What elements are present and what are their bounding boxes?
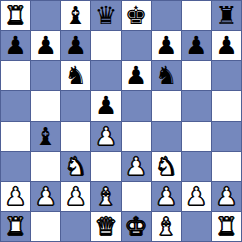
piece-black-pawn[interactable]: ♟	[4, 33, 26, 58]
square-e1[interactable]: ♚	[122, 212, 151, 241]
square-g2[interactable]: ♟	[182, 182, 211, 211]
chess-board: ♜♝♛♚♜♟♟♟♟♟♟♞♟♞♟♝♟♞♟♞♟♟♟♝♟♟♟♜♛♚♝♜	[0, 0, 242, 242]
square-c8[interactable]: ♝	[61, 1, 90, 30]
square-f2[interactable]: ♟	[152, 182, 181, 211]
piece-black-bishop[interactable]: ♝	[34, 124, 56, 149]
square-a6[interactable]	[1, 61, 30, 90]
piece-white-pawn[interactable]: ♟	[185, 184, 207, 209]
piece-black-pawn[interactable]: ♟	[65, 33, 87, 58]
square-f5[interactable]	[152, 91, 181, 120]
piece-black-pawn[interactable]: ♟	[155, 33, 177, 58]
piece-black-queen[interactable]: ♛	[95, 3, 117, 28]
piece-black-pawn[interactable]: ♟	[34, 33, 56, 58]
square-e5[interactable]	[122, 91, 151, 120]
square-f7[interactable]: ♟	[152, 31, 181, 60]
square-g7[interactable]: ♟	[182, 31, 211, 60]
piece-white-queen[interactable]: ♛	[95, 214, 117, 239]
square-h1[interactable]: ♜	[212, 212, 241, 241]
piece-black-bishop[interactable]: ♝	[65, 3, 87, 28]
piece-white-knight[interactable]: ♞	[65, 154, 87, 179]
square-f3[interactable]: ♞	[152, 152, 181, 181]
piece-white-rook[interactable]: ♜	[4, 214, 26, 239]
square-b7[interactable]: ♟	[31, 31, 60, 60]
square-d3[interactable]	[91, 152, 120, 181]
square-g6[interactable]	[182, 61, 211, 90]
square-e7[interactable]	[122, 31, 151, 60]
square-b6[interactable]	[31, 61, 60, 90]
piece-white-bishop[interactable]: ♝	[95, 184, 117, 209]
piece-black-knight[interactable]: ♞	[65, 63, 87, 88]
square-a2[interactable]: ♟	[1, 182, 30, 211]
square-h8[interactable]: ♜	[212, 1, 241, 30]
square-g3[interactable]	[182, 152, 211, 181]
piece-white-pawn[interactable]: ♟	[155, 184, 177, 209]
square-c7[interactable]: ♟	[61, 31, 90, 60]
square-e4[interactable]	[122, 122, 151, 151]
piece-black-pawn[interactable]: ♟	[215, 33, 237, 58]
square-f4[interactable]	[152, 122, 181, 151]
piece-black-rook[interactable]: ♜	[215, 3, 237, 28]
square-b5[interactable]	[31, 91, 60, 120]
square-a4[interactable]	[1, 122, 30, 151]
square-g4[interactable]	[182, 122, 211, 151]
piece-black-pawn[interactable]: ♟	[185, 33, 207, 58]
square-f8[interactable]	[152, 1, 181, 30]
square-h3[interactable]	[212, 152, 241, 181]
square-a3[interactable]	[1, 152, 30, 181]
square-b1[interactable]	[31, 212, 60, 241]
square-d1[interactable]: ♛	[91, 212, 120, 241]
piece-white-rook[interactable]: ♜	[215, 214, 237, 239]
square-b3[interactable]	[31, 152, 60, 181]
square-g8[interactable]	[182, 1, 211, 30]
square-c5[interactable]	[61, 91, 90, 120]
piece-white-rook[interactable]: ♜	[4, 3, 26, 28]
square-a8[interactable]: ♜	[1, 1, 30, 30]
piece-black-pawn[interactable]: ♟	[95, 93, 117, 118]
square-a1[interactable]: ♜	[1, 212, 30, 241]
square-a7[interactable]: ♟	[1, 31, 30, 60]
square-e2[interactable]	[122, 182, 151, 211]
square-g5[interactable]	[182, 91, 211, 120]
square-c1[interactable]	[61, 212, 90, 241]
square-d4[interactable]: ♟	[91, 122, 120, 151]
piece-white-knight[interactable]: ♞	[155, 154, 177, 179]
square-c4[interactable]	[61, 122, 90, 151]
square-a5[interactable]	[1, 91, 30, 120]
square-c3[interactable]: ♞	[61, 152, 90, 181]
square-h7[interactable]: ♟	[212, 31, 241, 60]
square-c6[interactable]: ♞	[61, 61, 90, 90]
square-h6[interactable]	[212, 61, 241, 90]
piece-white-bishop[interactable]: ♝	[155, 214, 177, 239]
square-g1[interactable]	[182, 212, 211, 241]
square-e8[interactable]: ♚	[122, 1, 151, 30]
piece-white-pawn[interactable]: ♟	[34, 184, 56, 209]
piece-white-pawn[interactable]: ♟	[95, 124, 117, 149]
square-b4[interactable]: ♝	[31, 122, 60, 151]
square-d2[interactable]: ♝	[91, 182, 120, 211]
square-d8[interactable]: ♛	[91, 1, 120, 30]
square-h5[interactable]	[212, 91, 241, 120]
piece-black-king[interactable]: ♚	[125, 3, 147, 28]
square-d5[interactable]: ♟	[91, 91, 120, 120]
square-h2[interactable]: ♟	[212, 182, 241, 211]
square-d7[interactable]	[91, 31, 120, 60]
piece-white-pawn[interactable]: ♟	[215, 184, 237, 209]
square-e6[interactable]: ♟	[122, 61, 151, 90]
piece-white-pawn[interactable]: ♟	[65, 184, 87, 209]
square-b2[interactable]: ♟	[31, 182, 60, 211]
square-e3[interactable]: ♟	[122, 152, 151, 181]
square-d6[interactable]	[91, 61, 120, 90]
square-f6[interactable]: ♞	[152, 61, 181, 90]
square-b8[interactable]	[31, 1, 60, 30]
piece-black-pawn[interactable]: ♟	[125, 63, 147, 88]
piece-white-pawn[interactable]: ♟	[125, 154, 147, 179]
piece-black-knight[interactable]: ♞	[155, 63, 177, 88]
piece-white-pawn[interactable]: ♟	[4, 184, 26, 209]
square-f1[interactable]: ♝	[152, 212, 181, 241]
square-c2[interactable]: ♟	[61, 182, 90, 211]
piece-white-king[interactable]: ♚	[125, 214, 147, 239]
square-h4[interactable]	[212, 122, 241, 151]
